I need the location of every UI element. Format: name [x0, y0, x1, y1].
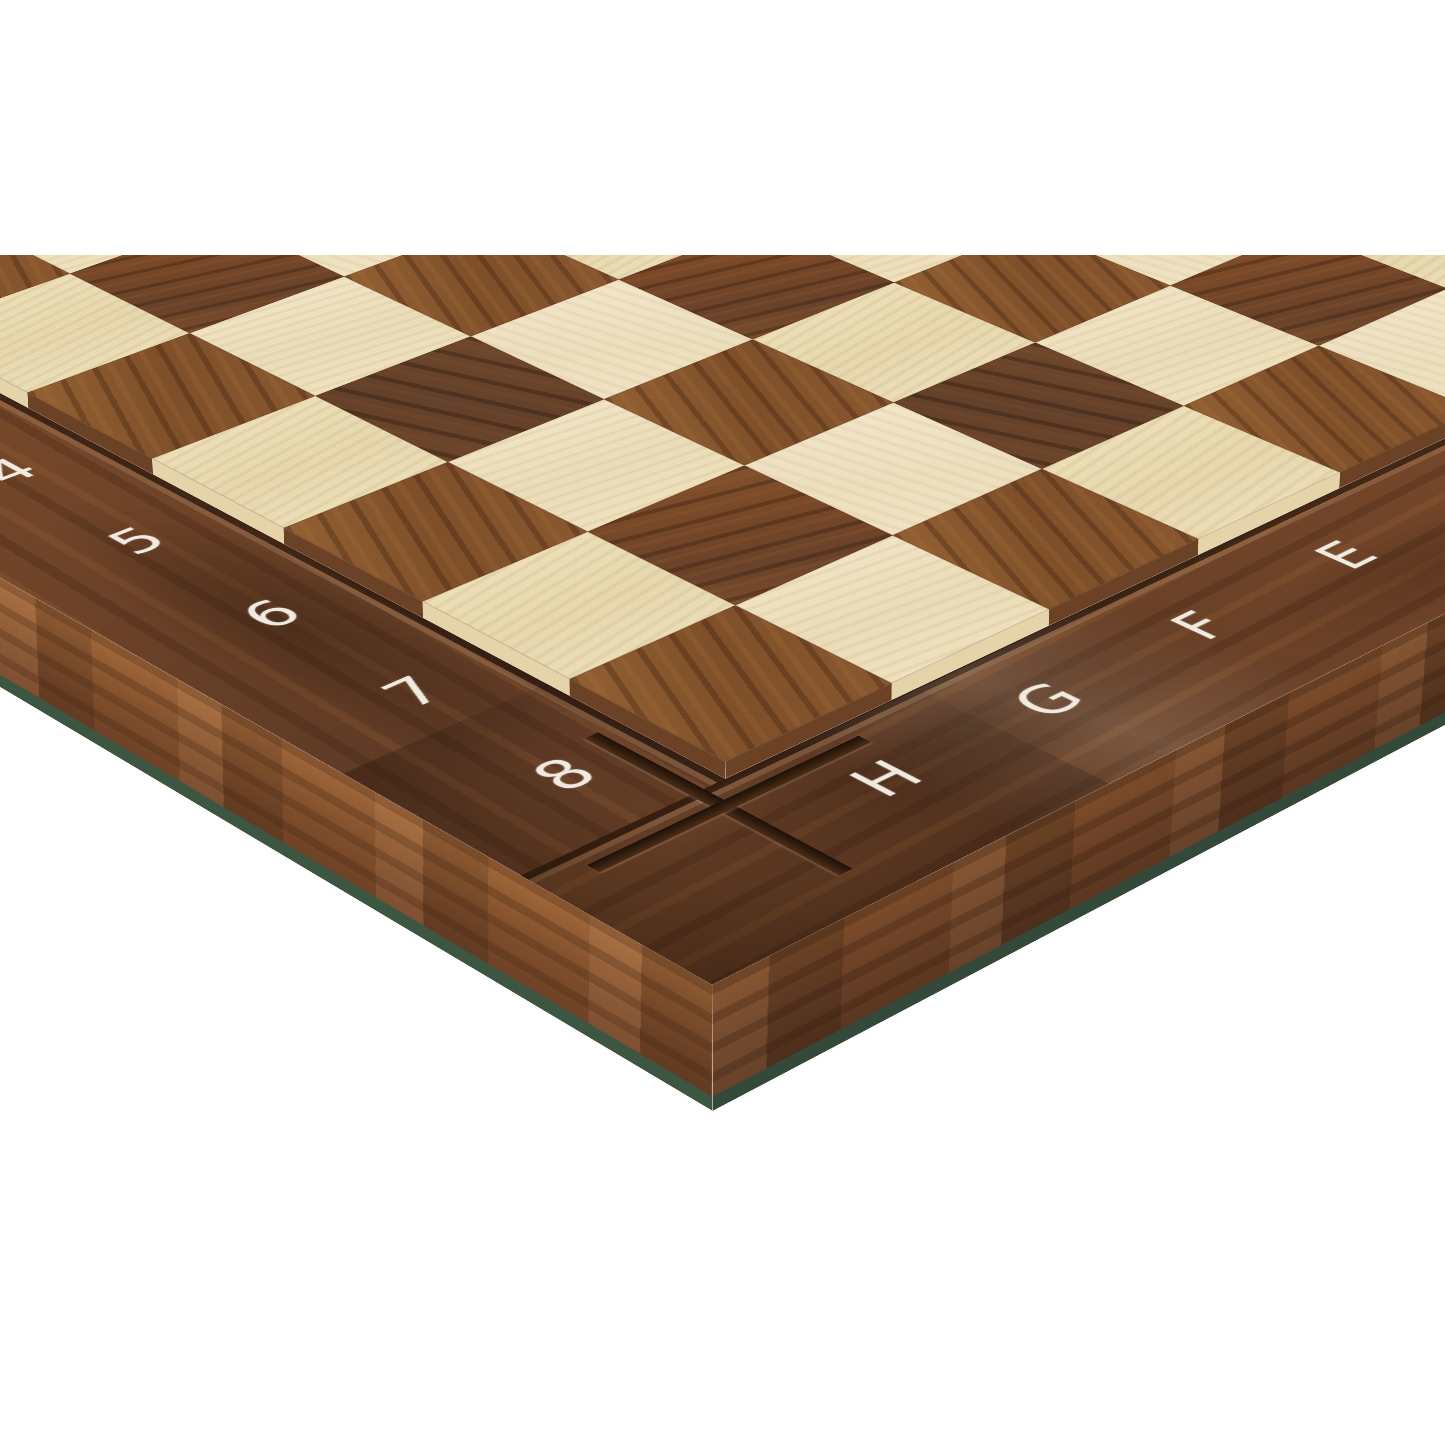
- product-photo-scene: 12345678ABCDEFGH: [0, 0, 1445, 1445]
- photo-crop-white-band: [0, 0, 1445, 255]
